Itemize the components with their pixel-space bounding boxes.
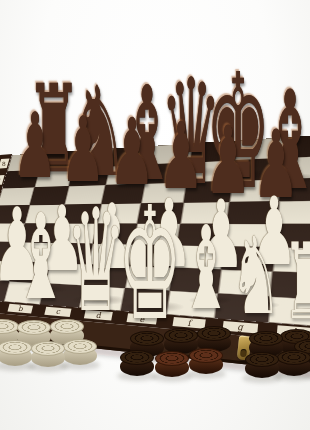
checker-side xyxy=(120,357,154,376)
file-label-f: f xyxy=(187,318,193,328)
square-f4[interactable] xyxy=(177,224,227,247)
square-b5[interactable] xyxy=(25,205,65,224)
square-b3[interactable] xyxy=(15,242,55,263)
square-f6[interactable] xyxy=(184,181,232,203)
square-h2[interactable] xyxy=(270,271,310,299)
rank-label-8: 8 xyxy=(2,161,6,167)
square-d7[interactable] xyxy=(106,165,149,185)
checker-dark-7[interactable] xyxy=(249,331,283,357)
piece-white-king-e1[interactable]: ♚ xyxy=(150,308,290,430)
checker-light-2[interactable] xyxy=(17,320,51,346)
checker-light-6[interactable] xyxy=(63,339,97,365)
square-c2[interactable] xyxy=(45,263,88,286)
square-b4[interactable] xyxy=(20,223,60,242)
square-f1[interactable] xyxy=(166,291,218,319)
file-label-d: d xyxy=(96,311,102,320)
file-label-e: e xyxy=(139,314,145,324)
file-plaque-b xyxy=(8,304,34,314)
checker-dark-6[interactable] xyxy=(189,348,223,374)
checker-side xyxy=(155,358,189,377)
checker-side xyxy=(294,346,310,365)
checker-dark-2[interactable] xyxy=(164,328,198,354)
checker-top xyxy=(249,331,283,346)
checker-dark-4[interactable] xyxy=(120,350,154,376)
square-c1[interactable] xyxy=(40,283,84,307)
checker-dark-5[interactable] xyxy=(155,351,189,377)
square-g7[interactable] xyxy=(232,158,283,181)
checker-side xyxy=(130,338,164,357)
file-label-h: h xyxy=(293,326,299,337)
square-b1[interactable] xyxy=(4,281,45,304)
checker-side xyxy=(245,359,279,378)
checker-top xyxy=(63,339,97,354)
square-c7[interactable] xyxy=(69,166,110,186)
file-plaque-c xyxy=(44,307,71,317)
checker-top xyxy=(0,340,32,355)
file-plaque-g xyxy=(223,321,259,334)
square-g5[interactable] xyxy=(227,201,279,224)
square-c3[interactable] xyxy=(50,243,93,264)
checker-side xyxy=(249,338,283,357)
square-c6[interactable] xyxy=(64,185,105,205)
checker-side xyxy=(277,357,310,376)
checker-top xyxy=(280,329,310,344)
square-d5[interactable] xyxy=(97,203,141,223)
square-h8[interactable] xyxy=(283,134,310,158)
piece-white-rook-h1[interactable]: ♜ xyxy=(307,312,310,417)
file-plaque-f xyxy=(173,317,206,329)
square-e3[interactable] xyxy=(129,244,177,267)
square-e5[interactable] xyxy=(137,203,183,224)
checker-top xyxy=(130,331,164,346)
checker-side xyxy=(280,336,310,355)
checker-side xyxy=(164,335,198,354)
checker-side xyxy=(189,355,223,374)
square-e2[interactable] xyxy=(125,266,173,291)
checker-side xyxy=(31,348,65,367)
front-face-edge xyxy=(0,330,310,376)
file-plaque-h xyxy=(277,325,310,338)
file-plaque-e xyxy=(127,313,158,324)
rank-label-7: 7 xyxy=(0,177,1,184)
checker-top xyxy=(189,348,223,363)
checker-dark-8[interactable] xyxy=(280,329,310,355)
checker-top xyxy=(31,341,65,356)
square-c5[interactable] xyxy=(60,204,102,224)
square-c4[interactable] xyxy=(55,223,97,243)
square-e7[interactable] xyxy=(145,162,190,183)
square-b2[interactable] xyxy=(9,261,50,283)
square-g8[interactable] xyxy=(235,137,285,160)
checker-light-4[interactable] xyxy=(0,340,32,366)
square-f3[interactable] xyxy=(173,245,224,269)
square-g3[interactable] xyxy=(221,246,275,271)
square-b7[interactable] xyxy=(35,168,74,187)
checker-light-5[interactable] xyxy=(31,341,65,367)
square-g1[interactable] xyxy=(215,293,270,322)
square-f7[interactable] xyxy=(187,160,235,182)
brass-latch xyxy=(237,335,251,360)
file-plaque-d xyxy=(84,310,113,321)
chess-board[interactable] xyxy=(0,134,310,327)
checker-top xyxy=(277,350,310,365)
checker-top xyxy=(0,319,19,334)
checker-top xyxy=(155,351,189,366)
checker-dark-9[interactable] xyxy=(294,339,310,365)
square-g2[interactable] xyxy=(218,269,273,296)
square-f2[interactable] xyxy=(170,268,221,294)
checker-side xyxy=(63,346,97,365)
square-f5[interactable] xyxy=(180,202,229,224)
square-g4[interactable] xyxy=(224,224,277,248)
checker-top xyxy=(164,328,198,343)
checker-dark-3[interactable] xyxy=(197,326,231,352)
checker-top xyxy=(120,350,154,365)
checker-light-3[interactable] xyxy=(50,319,84,345)
square-h6[interactable] xyxy=(279,177,310,201)
file-label-g: g xyxy=(237,322,244,332)
square-d8[interactable] xyxy=(110,146,152,167)
checker-side xyxy=(17,327,51,346)
square-e6[interactable] xyxy=(141,182,187,203)
square-h3[interactable] xyxy=(273,247,310,273)
chess-set-photo: bcdefgh87 ♜♞♝♟♛♟♚♝♟♟♟♟♟♟♟♟♟♟♝♛♝♞♚♜ xyxy=(0,0,310,430)
square-d6[interactable] xyxy=(101,184,144,204)
file-label-b: b xyxy=(18,304,23,313)
square-e1[interactable] xyxy=(121,288,170,314)
checker-side xyxy=(0,347,32,366)
square-h5[interactable] xyxy=(277,200,310,224)
square-e4[interactable] xyxy=(133,224,180,246)
checker-top xyxy=(17,320,51,335)
square-e8[interactable] xyxy=(148,143,193,164)
checker-side xyxy=(0,326,19,345)
square-d1[interactable] xyxy=(79,286,125,311)
square-b8[interactable] xyxy=(39,151,77,170)
piece-white-queen-d1[interactable]: ♛ xyxy=(96,301,223,430)
checker-side xyxy=(50,326,84,345)
checker-light-1[interactable] xyxy=(0,319,19,345)
checker-top xyxy=(50,319,84,334)
square-d3[interactable] xyxy=(88,244,133,266)
square-d2[interactable] xyxy=(84,264,130,288)
checker-top xyxy=(197,326,231,341)
square-g6[interactable] xyxy=(229,179,280,202)
checker-side xyxy=(197,333,231,352)
square-h4[interactable] xyxy=(275,224,310,249)
checker-dark-10[interactable] xyxy=(245,352,279,378)
square-h7[interactable] xyxy=(281,155,310,179)
file-label-c: c xyxy=(56,307,61,316)
square-a7[interactable] xyxy=(2,170,39,188)
checker-dark-1[interactable] xyxy=(130,331,164,357)
checker-dark-11[interactable] xyxy=(277,350,310,376)
square-c8[interactable] xyxy=(73,148,113,168)
checker-top xyxy=(294,339,310,354)
square-d4[interactable] xyxy=(93,224,137,245)
board-drop-shadow xyxy=(0,331,310,383)
square-f8[interactable] xyxy=(190,140,237,162)
checker-top xyxy=(245,352,279,367)
square-h1[interactable] xyxy=(268,297,310,327)
square-b6[interactable] xyxy=(30,186,69,205)
